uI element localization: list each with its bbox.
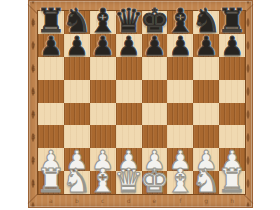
piece-black-pawn[interactable]: ♟ (91, 33, 114, 59)
square-d4[interactable] (116, 103, 142, 126)
file-label-h: h (219, 193, 245, 207)
square-f6[interactable] (167, 57, 193, 80)
rank-coordinates: 87654321 (29, 11, 38, 194)
square-b1[interactable]: ♞ (64, 171, 90, 194)
piece-black-pawn[interactable]: ♟ (39, 33, 62, 59)
chess-game-screenshot: 87654321 abcdefgh ♜♞♝♛♚♝♞♜♟♟♟♟♟♟♟♟♟♟♟♟♟♟… (0, 0, 280, 210)
square-g1[interactable]: ♞ (193, 171, 219, 194)
piece-black-pawn[interactable]: ♟ (220, 33, 243, 59)
file-label-c: c (90, 193, 116, 207)
square-d7[interactable]: ♟ (116, 34, 142, 57)
file-coordinates: abcdefgh (38, 193, 245, 207)
square-e1[interactable]: ♚ (142, 171, 168, 194)
chess-board: ♜♞♝♛♚♝♞♜♟♟♟♟♟♟♟♟♟♟♟♟♟♟♟♟♜♞♝♛♚♝♞♜ (38, 11, 245, 194)
square-b5[interactable] (64, 80, 90, 103)
square-d6[interactable] (116, 57, 142, 80)
square-h1[interactable]: ♜ (219, 171, 245, 194)
rank-label-5: 5 (29, 80, 38, 103)
square-g7[interactable]: ♟ (193, 34, 219, 57)
square-f4[interactable] (167, 103, 193, 126)
file-label-e: e (142, 193, 168, 207)
rank-label-3: 3 (29, 125, 38, 148)
square-h7[interactable]: ♟ (219, 34, 245, 57)
square-h4[interactable] (219, 103, 245, 126)
square-a4[interactable] (38, 103, 64, 126)
square-a6[interactable] (38, 57, 64, 80)
rank-label-1: 1 (29, 171, 38, 194)
square-e4[interactable] (142, 103, 168, 126)
square-b6[interactable] (64, 57, 90, 80)
square-d5[interactable] (116, 80, 142, 103)
square-f7[interactable]: ♟ (167, 34, 193, 57)
square-b4[interactable] (64, 103, 90, 126)
square-f5[interactable] (167, 80, 193, 103)
rank-label-8: 8 (29, 11, 38, 34)
square-b7[interactable]: ♟ (64, 34, 90, 57)
square-h6[interactable] (219, 57, 245, 80)
square-a1[interactable]: ♜ (38, 171, 64, 194)
piece-black-pawn[interactable]: ♟ (117, 33, 140, 59)
square-h5[interactable] (219, 80, 245, 103)
file-label-f: f (167, 193, 193, 207)
square-e7[interactable]: ♟ (142, 34, 168, 57)
piece-black-pawn[interactable]: ♟ (195, 33, 218, 59)
square-g4[interactable] (193, 103, 219, 126)
board-frame: 87654321 abcdefgh ♜♞♝♛♚♝♞♜♟♟♟♟♟♟♟♟♟♟♟♟♟♟… (28, 0, 253, 208)
square-f1[interactable]: ♝ (167, 171, 193, 194)
piece-black-pawn[interactable]: ♟ (143, 33, 166, 59)
square-c6[interactable] (90, 57, 116, 80)
square-e6[interactable] (142, 57, 168, 80)
rank-label-2: 2 (29, 148, 38, 171)
piece-black-pawn[interactable]: ♟ (169, 33, 192, 59)
rank-label-6: 6 (29, 57, 38, 80)
square-a5[interactable] (38, 80, 64, 103)
piece-black-pawn[interactable]: ♟ (65, 33, 88, 59)
square-a7[interactable]: ♟ (38, 34, 64, 57)
square-g6[interactable] (193, 57, 219, 80)
file-label-b: b (64, 193, 90, 207)
square-c4[interactable] (90, 103, 116, 126)
square-d1[interactable]: ♛ (116, 171, 142, 194)
rank-label-7: 7 (29, 34, 38, 57)
square-e5[interactable] (142, 80, 168, 103)
square-c7[interactable]: ♟ (90, 34, 116, 57)
square-g5[interactable] (193, 80, 219, 103)
file-label-g: g (193, 193, 219, 207)
square-c1[interactable]: ♝ (90, 171, 116, 194)
file-label-d: d (116, 193, 142, 207)
square-c5[interactable] (90, 80, 116, 103)
file-label-a: a (38, 193, 64, 207)
rank-label-4: 4 (29, 103, 38, 126)
